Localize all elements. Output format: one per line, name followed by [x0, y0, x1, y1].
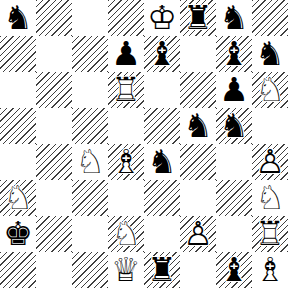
piece-bB-g1: ♝	[216, 252, 252, 288]
square-c1[interactable]	[72, 252, 108, 288]
piece-wN-h6: ♘	[252, 72, 288, 108]
square-g4[interactable]	[216, 144, 252, 180]
square-g1[interactable]: ♝	[216, 252, 252, 288]
piece-bR-f8: ♜	[180, 0, 216, 36]
square-h6[interactable]: ♞♘	[252, 72, 288, 108]
piece-bP-g6: ♟	[216, 72, 252, 108]
piece-bN-f5: ♞	[180, 108, 216, 144]
piece-wQ-d1: ♕	[108, 252, 144, 288]
piece-fill-wR-d6: ♜	[108, 72, 144, 108]
piece-fill-wN-d2: ♞	[108, 216, 144, 252]
square-a3[interactable]: ♞♘	[0, 180, 36, 216]
piece-wN-a3: ♘	[0, 180, 36, 216]
square-f2[interactable]: ♟♙	[180, 216, 216, 252]
piece-fill-wP-f2: ♟	[180, 216, 216, 252]
square-g8[interactable]: ♞	[216, 0, 252, 36]
square-c5[interactable]	[72, 108, 108, 144]
square-c4[interactable]: ♞♘	[72, 144, 108, 180]
square-g5[interactable]: ♞	[216, 108, 252, 144]
square-c6[interactable]	[72, 72, 108, 108]
piece-bN-h7: ♞	[252, 36, 288, 72]
square-c7[interactable]	[72, 36, 108, 72]
square-d5[interactable]	[108, 108, 144, 144]
square-b6[interactable]	[36, 72, 72, 108]
piece-bN-g8: ♞	[216, 0, 252, 36]
square-f5[interactable]: ♞	[180, 108, 216, 144]
piece-wN-c4: ♘	[72, 144, 108, 180]
piece-wR-d6: ♖	[108, 72, 144, 108]
piece-fill-wP-h4: ♟	[252, 144, 288, 180]
square-e1[interactable]: ♜	[144, 252, 180, 288]
square-a8[interactable]: ♞	[0, 0, 36, 36]
square-g2[interactable]	[216, 216, 252, 252]
piece-wB-h1: ♗	[252, 252, 288, 288]
piece-wN-h3: ♘	[252, 180, 288, 216]
square-d2[interactable]: ♞♘	[108, 216, 144, 252]
square-h2[interactable]: ♜♖	[252, 216, 288, 252]
square-a7[interactable]	[0, 36, 36, 72]
square-h7[interactable]: ♞	[252, 36, 288, 72]
piece-fill-wK-e8: ♚	[144, 0, 180, 36]
piece-bB-e7: ♝	[144, 36, 180, 72]
square-h1[interactable]: ♝♗	[252, 252, 288, 288]
piece-fill-wB-d4: ♝	[108, 144, 144, 180]
piece-bN-a8: ♞	[0, 0, 36, 36]
square-e5[interactable]	[144, 108, 180, 144]
piece-wN-d2: ♘	[108, 216, 144, 252]
square-b2[interactable]	[36, 216, 72, 252]
square-e6[interactable]	[144, 72, 180, 108]
piece-fill-wR-h2: ♜	[252, 216, 288, 252]
piece-wR-h2: ♖	[252, 216, 288, 252]
square-d7[interactable]: ♟	[108, 36, 144, 72]
square-c2[interactable]	[72, 216, 108, 252]
square-a6[interactable]	[0, 72, 36, 108]
piece-fill-wN-a3: ♞	[0, 180, 36, 216]
square-f6[interactable]	[180, 72, 216, 108]
square-a4[interactable]	[0, 144, 36, 180]
square-h8[interactable]	[252, 0, 288, 36]
square-f3[interactable]	[180, 180, 216, 216]
square-g7[interactable]: ♝	[216, 36, 252, 72]
square-b3[interactable]	[36, 180, 72, 216]
square-b5[interactable]	[36, 108, 72, 144]
piece-fill-wN-h3: ♞	[252, 180, 288, 216]
chess-board: ♞♚♔♜♞♟♝♝♞♜♖♟♞♘♞♞♞♘♝♗♞♟♙♞♘♞♘♚♞♘♟♙♜♖♛♕♜♝♝♗	[0, 0, 288, 288]
piece-bB-g7: ♝	[216, 36, 252, 72]
square-a2[interactable]: ♚	[0, 216, 36, 252]
square-b1[interactable]	[36, 252, 72, 288]
square-d6[interactable]: ♜♖	[108, 72, 144, 108]
square-h4[interactable]: ♟♙	[252, 144, 288, 180]
square-h3[interactable]: ♞♘	[252, 180, 288, 216]
piece-fill-wB-h1: ♝	[252, 252, 288, 288]
piece-wP-f2: ♙	[180, 216, 216, 252]
piece-bN-g5: ♞	[216, 108, 252, 144]
piece-fill-wQ-d1: ♛	[108, 252, 144, 288]
square-c8[interactable]	[72, 0, 108, 36]
square-b7[interactable]	[36, 36, 72, 72]
square-b4[interactable]	[36, 144, 72, 180]
piece-bK-a2: ♚	[0, 216, 36, 252]
square-g6[interactable]: ♟	[216, 72, 252, 108]
piece-bN-e4: ♞	[144, 144, 180, 180]
piece-fill-wN-c4: ♞	[72, 144, 108, 180]
square-f4[interactable]	[180, 144, 216, 180]
square-a1[interactable]	[0, 252, 36, 288]
square-a5[interactable]	[0, 108, 36, 144]
square-f7[interactable]	[180, 36, 216, 72]
square-e8[interactable]: ♚♔	[144, 0, 180, 36]
square-d3[interactable]	[108, 180, 144, 216]
square-b8[interactable]	[36, 0, 72, 36]
piece-wB-d4: ♗	[108, 144, 144, 180]
piece-bR-e1: ♜	[144, 252, 180, 288]
piece-wP-h4: ♙	[252, 144, 288, 180]
square-g3[interactable]	[216, 180, 252, 216]
chess-diagram: ♞♚♔♜♞♟♝♝♞♜♖♟♞♘♞♞♞♘♝♗♞♟♙♞♘♞♘♚♞♘♟♙♜♖♛♕♜♝♝♗	[0, 0, 288, 288]
square-e3[interactable]	[144, 180, 180, 216]
square-d4[interactable]: ♝♗	[108, 144, 144, 180]
piece-wK-e8: ♔	[144, 0, 180, 36]
square-f1[interactable]	[180, 252, 216, 288]
square-d8[interactable]	[108, 0, 144, 36]
piece-bP-d7: ♟	[108, 36, 144, 72]
square-c3[interactable]	[72, 180, 108, 216]
square-e2[interactable]	[144, 216, 180, 252]
piece-fill-wN-h6: ♞	[252, 72, 288, 108]
square-d1[interactable]: ♛♕	[108, 252, 144, 288]
square-f8[interactable]: ♜	[180, 0, 216, 36]
square-h5[interactable]	[252, 108, 288, 144]
square-e4[interactable]: ♞	[144, 144, 180, 180]
square-e7[interactable]: ♝	[144, 36, 180, 72]
